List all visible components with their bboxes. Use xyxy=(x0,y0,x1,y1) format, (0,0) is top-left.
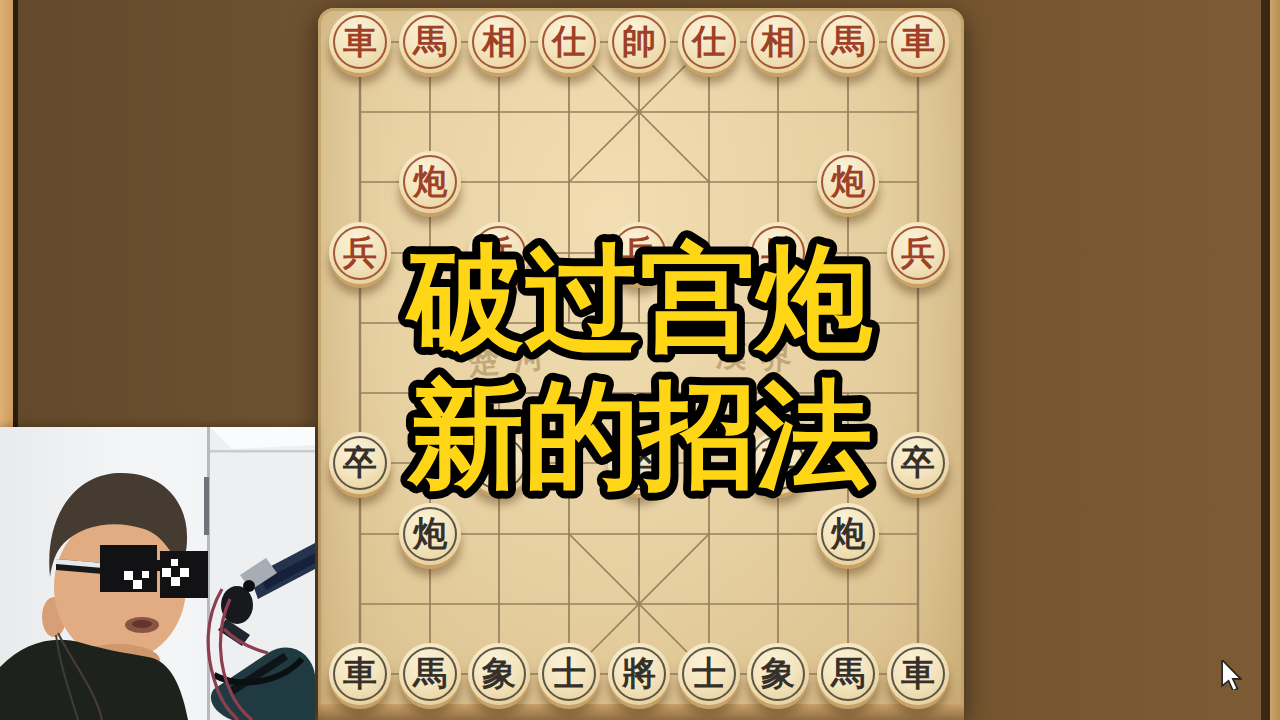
piece-red-elephant[interactable]: 相 xyxy=(747,11,809,73)
piece-glyph: 兵 xyxy=(622,235,656,269)
piece-glyph: 兵 xyxy=(482,235,516,269)
piece-red-soldier[interactable]: 兵 xyxy=(329,222,391,284)
streamer-person xyxy=(0,473,208,720)
piece-glyph: 車 xyxy=(343,656,377,690)
piece-glyph: 卒 xyxy=(761,445,795,479)
piece-black-soldier[interactable]: 卒 xyxy=(887,432,949,494)
door-frame-line xyxy=(210,450,315,453)
board-front-rim xyxy=(318,704,964,720)
piece-glyph: 車 xyxy=(343,24,377,58)
piece-glyph: 相 xyxy=(482,24,516,58)
piece-glyph: 炮 xyxy=(831,164,865,198)
piece-black-soldier[interactable]: 卒 xyxy=(329,432,391,494)
piece-glyph: 炮 xyxy=(413,164,447,198)
piece-black-elephant[interactable]: 象 xyxy=(468,643,530,705)
piece-red-general[interactable]: 帥 xyxy=(608,11,670,73)
mic-arm-bolt xyxy=(243,580,255,592)
piece-black-elephant[interactable]: 象 xyxy=(747,643,809,705)
piece-black-advisor[interactable]: 士 xyxy=(538,643,600,705)
piece-glyph: 仕 xyxy=(552,24,586,58)
piece-black-advisor[interactable]: 士 xyxy=(678,643,740,705)
door-hinge-gap xyxy=(204,477,209,535)
piece-glyph: 仕 xyxy=(692,24,726,58)
backdrop-right-dark-line xyxy=(1261,0,1270,720)
piece-glyph: 帥 xyxy=(622,24,656,58)
piece-red-elephant[interactable]: 相 xyxy=(468,11,530,73)
mouse-cursor-icon xyxy=(1220,660,1242,690)
piece-black-chariot[interactable]: 車 xyxy=(329,643,391,705)
piece-black-horse[interactable]: 馬 xyxy=(399,643,461,705)
piece-red-soldier[interactable]: 兵 xyxy=(468,222,530,284)
piece-glyph: 兵 xyxy=(761,235,795,269)
piece-glyph: 將 xyxy=(622,656,656,690)
piece-glyph: 兵 xyxy=(343,235,377,269)
piece-black-cannon[interactable]: 炮 xyxy=(399,503,461,565)
piece-black-general[interactable]: 將 xyxy=(608,643,670,705)
piece-glyph: 馬 xyxy=(413,656,447,690)
piece-glyph: 兵 xyxy=(901,235,935,269)
webcam-overlay xyxy=(0,427,315,720)
river-label-right: 漢界 xyxy=(715,334,807,381)
piece-red-soldier[interactable]: 兵 xyxy=(747,222,809,284)
piece-red-horse[interactable]: 馬 xyxy=(817,11,879,73)
piece-glyph: 卒 xyxy=(343,445,377,479)
piece-black-soldier[interactable]: 卒 xyxy=(468,432,530,494)
piece-glyph: 車 xyxy=(901,656,935,690)
piece-glyph: 士 xyxy=(552,656,586,690)
piece-glyph: 車 xyxy=(901,24,935,58)
piece-glyph: 象 xyxy=(761,656,795,690)
piece-glyph: 士 xyxy=(692,656,726,690)
sunglasses-left-lens xyxy=(100,545,157,592)
river-label-left: 楚河 xyxy=(466,334,559,384)
piece-glyph: 馬 xyxy=(831,656,865,690)
piece-glyph: 卒 xyxy=(622,445,656,479)
piece-black-soldier[interactable]: 卒 xyxy=(608,432,670,494)
piece-black-soldier[interactable]: 卒 xyxy=(747,432,809,494)
piece-red-cannon[interactable]: 炮 xyxy=(817,151,879,213)
piece-glyph: 馬 xyxy=(831,24,865,58)
mouth-opening xyxy=(132,620,152,628)
piece-red-soldier[interactable]: 兵 xyxy=(887,222,949,284)
piece-glyph: 卒 xyxy=(901,445,935,479)
piece-glyph: 馬 xyxy=(413,24,447,58)
piece-red-cannon[interactable]: 炮 xyxy=(399,151,461,213)
piece-glyph: 炮 xyxy=(831,516,865,550)
piece-red-advisor[interactable]: 仕 xyxy=(678,11,740,73)
webcam-scene xyxy=(0,427,315,720)
body-shirt xyxy=(0,640,188,720)
piece-red-soldier[interactable]: 兵 xyxy=(608,222,670,284)
piece-black-chariot[interactable]: 車 xyxy=(887,643,949,705)
piece-black-horse[interactable]: 馬 xyxy=(817,643,879,705)
piece-red-chariot[interactable]: 車 xyxy=(887,11,949,73)
piece-glyph: 相 xyxy=(761,24,795,58)
video-frame: 楚河 漢界 車馬相仕帥仕相馬車炮炮兵兵兵兵兵卒卒卒卒卒炮炮車馬象士將士象馬車 xyxy=(0,0,1280,720)
backdrop-right-light-strip xyxy=(1270,0,1280,720)
piece-red-advisor[interactable]: 仕 xyxy=(538,11,600,73)
piece-glyph: 象 xyxy=(482,656,516,690)
piece-red-chariot[interactable]: 車 xyxy=(329,11,391,73)
piece-glyph: 炮 xyxy=(413,516,447,550)
piece-glyph: 卒 xyxy=(482,445,516,479)
piece-red-horse[interactable]: 馬 xyxy=(399,11,461,73)
xiangqi-board[interactable]: 楚河 漢界 車馬相仕帥仕相馬車炮炮兵兵兵兵兵卒卒卒卒卒炮炮車馬象士將士象馬車 xyxy=(318,8,964,720)
board-grid xyxy=(318,8,964,720)
piece-black-cannon[interactable]: 炮 xyxy=(817,503,879,565)
